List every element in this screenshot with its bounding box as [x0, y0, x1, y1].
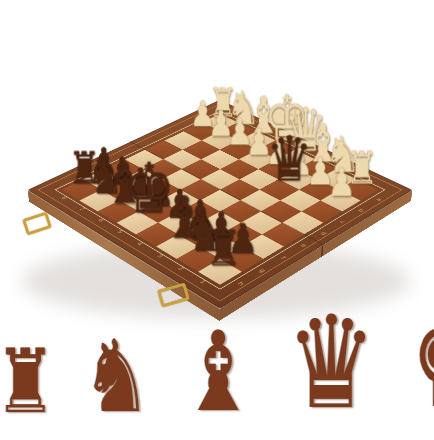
- square-g5: [143, 159, 182, 179]
- square-h7: ♟: [83, 169, 122, 190]
- square-e1: ♚: [258, 140, 296, 159]
- square-e2: ♟: [239, 150, 277, 169]
- lineup-queen: ♛: [287, 302, 377, 424]
- square-f1: ♝: [239, 131, 276, 149]
- square-d3: [240, 169, 279, 190]
- square-f6: [141, 179, 181, 200]
- white-queen: ♛: [284, 100, 306, 160]
- square-f5: [161, 169, 200, 190]
- white-pawn: ♟: [285, 143, 308, 181]
- square-h3: [164, 131, 201, 149]
- white-pawn: ♟: [208, 106, 229, 142]
- square-g1: ♞: [220, 122, 257, 140]
- square-c2: ♟: [279, 169, 318, 190]
- white-pawn: ♟: [246, 124, 268, 161]
- square-b2: ♟: [299, 179, 339, 200]
- white-bishop: ♝: [304, 117, 326, 170]
- square-h5: [125, 150, 163, 169]
- square-d1: ♛: [277, 150, 315, 169]
- square-h6: [104, 159, 143, 179]
- white-pawn: ♟: [328, 163, 351, 202]
- product-photo: ♜♞♝♚♛♝♞♜♟♟♟♟♟♟♟♟♛♟♟♟♟♟♟♟♟♜♞♝♚♝♞♜ 8765432…: [0, 0, 434, 440]
- square-d2: ♟: [259, 159, 298, 179]
- square-e5: [180, 179, 220, 200]
- lineup-king: ♚: [409, 295, 434, 424]
- square-h1: ♜: [202, 114, 238, 132]
- white-pawn: ♟: [190, 97, 211, 132]
- black-pawn: ♟: [90, 143, 113, 181]
- lineup-rook: ♜: [0, 340, 56, 424]
- white-king: ♚: [264, 88, 286, 151]
- white-pawn: ♟: [265, 133, 287, 170]
- black-rook: ♜: [68, 146, 91, 190]
- white-knight: ♞: [226, 86, 247, 132]
- black-pawn: ♟: [108, 152, 131, 190]
- square-f3: [201, 150, 239, 169]
- lineup-bishop: ♝: [179, 320, 256, 425]
- square-c1: ♝: [297, 159, 336, 179]
- fold-seam-edge: [321, 245, 323, 257]
- white-pawn: ♟: [306, 152, 329, 190]
- square-b1: ♞: [318, 169, 357, 190]
- square-f4: [181, 159, 220, 179]
- white-knight: ♞: [325, 131, 348, 180]
- square-g4: [163, 150, 201, 169]
- black-queen: ♛: [267, 128, 290, 190]
- black-knight: ♞: [86, 150, 109, 201]
- black-pawn: ♟: [126, 163, 149, 202]
- board-grid: ♜♞♝♚♛♝♞♜♟♟♟♟♟♟♟♟♛♟♟♟♟♟♟♟♟♜♞♝♚♝♞♜: [62, 114, 379, 285]
- square-g3: [182, 140, 220, 159]
- square-g2: ♟: [201, 131, 238, 149]
- piece-lineup: ♟♜♞♝♛♚: [37, 292, 397, 424]
- black-bishop: ♝: [105, 157, 129, 213]
- white-rook: ♜: [346, 146, 369, 190]
- square-h4: [145, 140, 183, 159]
- white-rook: ♜: [208, 83, 229, 123]
- square-h2: ♟: [183, 122, 220, 140]
- white-pawn: ♟: [227, 114, 249, 150]
- square-g6: [122, 169, 161, 190]
- square-e4: [200, 169, 239, 190]
- chess-board: ♜♞♝♚♛♝♞♜♟♟♟♟♟♟♟♟♛♟♟♟♟♟♟♟♟♜♞♝♚♝♞♜ 8765432…: [28, 100, 413, 309]
- lineup-knight: ♞: [82, 329, 152, 424]
- square-e3: [220, 159, 259, 179]
- white-bishop: ♝: [245, 91, 266, 142]
- square-f2: ♟: [220, 140, 258, 159]
